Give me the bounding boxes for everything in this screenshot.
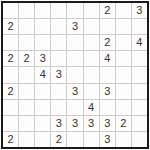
cell-r5c8[interactable] [116, 67, 131, 82]
cell-r5c7[interactable] [100, 67, 115, 82]
cell-r9c2[interactable] [19, 132, 34, 147]
cell-r9c3[interactable] [35, 132, 50, 147]
puzzle-board: 232324223443233433332223 [1, 1, 149, 149]
cell-r5c6[interactable] [84, 67, 99, 82]
cell-r7c1[interactable] [3, 100, 18, 115]
cell-r1c1[interactable] [3, 3, 18, 18]
cell-r5c5[interactable] [67, 67, 82, 82]
cell-r2c2[interactable] [19, 19, 34, 34]
cell-r9c5[interactable] [67, 132, 82, 147]
cell-r6c4[interactable] [51, 84, 66, 99]
clue-cell-r8c5: 3 [67, 116, 82, 131]
cell-r1c4[interactable] [51, 3, 66, 18]
cell-r7c8[interactable] [116, 100, 131, 115]
cell-r3c1[interactable] [3, 35, 18, 50]
cell-r2c4[interactable] [51, 19, 66, 34]
cell-r9c6[interactable] [84, 132, 99, 147]
cell-r1c5[interactable] [67, 3, 82, 18]
cell-r3c6[interactable] [84, 35, 99, 50]
clue-cell-r4c3: 3 [35, 51, 50, 66]
clue-cell-r2c1: 2 [3, 19, 18, 34]
cell-r4c5[interactable] [67, 51, 82, 66]
cell-r3c4[interactable] [51, 35, 66, 50]
cell-r3c5[interactable] [67, 35, 82, 50]
clue-cell-r4c1: 2 [3, 51, 18, 66]
cell-r8c9[interactable] [132, 116, 147, 131]
cell-r2c9[interactable] [132, 19, 147, 34]
cell-r1c8[interactable] [116, 3, 131, 18]
cell-r6c8[interactable] [116, 84, 131, 99]
cell-r6c9[interactable] [132, 84, 147, 99]
clue-cell-r1c9: 3 [132, 3, 147, 18]
cell-r2c3[interactable] [35, 19, 50, 34]
cell-r7c4[interactable] [51, 100, 66, 115]
clue-cell-r8c4: 3 [51, 116, 66, 131]
clue-cell-r5c4: 3 [51, 67, 66, 82]
clue-cell-r3c9: 4 [132, 35, 147, 50]
clue-cell-r6c1: 2 [3, 84, 18, 99]
cell-r8c3[interactable] [35, 116, 50, 131]
clue-cell-r3c7: 2 [100, 35, 115, 50]
clue-cell-r4c2: 2 [19, 51, 34, 66]
cell-r7c5[interactable] [67, 100, 82, 115]
clue-cell-r7c6: 4 [84, 100, 99, 115]
cell-r8c1[interactable] [3, 116, 18, 131]
cell-r7c2[interactable] [19, 100, 34, 115]
cell-r4c9[interactable] [132, 51, 147, 66]
cell-r5c2[interactable] [19, 67, 34, 82]
cell-r7c9[interactable] [132, 100, 147, 115]
cell-r2c7[interactable] [100, 19, 115, 34]
clue-cell-r8c8: 2 [116, 116, 131, 131]
clue-cell-r6c7: 3 [100, 84, 115, 99]
cell-r3c8[interactable] [116, 35, 131, 50]
clue-cell-r2c5: 3 [67, 19, 82, 34]
cell-r6c6[interactable] [84, 84, 99, 99]
clue-cell-r9c4: 2 [51, 132, 66, 147]
cell-r8c2[interactable] [19, 116, 34, 131]
clue-cell-r8c7: 3 [100, 116, 115, 131]
cell-r9c9[interactable] [132, 132, 147, 147]
cell-r7c7[interactable] [100, 100, 115, 115]
cell-r1c2[interactable] [19, 3, 34, 18]
cell-r6c3[interactable] [35, 84, 50, 99]
cell-r2c8[interactable] [116, 19, 131, 34]
cell-r2c6[interactable] [84, 19, 99, 34]
cell-r6c2[interactable] [19, 84, 34, 99]
cell-r4c4[interactable] [51, 51, 66, 66]
clue-cell-r1c7: 2 [100, 3, 115, 18]
clue-cell-r5c3: 4 [35, 67, 50, 82]
clue-cell-r4c7: 4 [100, 51, 115, 66]
clue-cell-r6c5: 3 [67, 84, 82, 99]
cell-r1c6[interactable] [84, 3, 99, 18]
cell-r9c8[interactable] [116, 132, 131, 147]
puzzle-canvas: 232324223443233433332223 [0, 0, 150, 150]
clue-cell-r9c7: 3 [100, 132, 115, 147]
cell-r7c3[interactable] [35, 100, 50, 115]
clue-cell-r8c6: 3 [84, 116, 99, 131]
clue-cell-r9c1: 2 [3, 132, 18, 147]
cell-r5c1[interactable] [3, 67, 18, 82]
cell-r5c9[interactable] [132, 67, 147, 82]
cell-r4c8[interactable] [116, 51, 131, 66]
cell-r4c6[interactable] [84, 51, 99, 66]
cell-r3c3[interactable] [35, 35, 50, 50]
cell-r1c3[interactable] [35, 3, 50, 18]
cell-r3c2[interactable] [19, 35, 34, 50]
